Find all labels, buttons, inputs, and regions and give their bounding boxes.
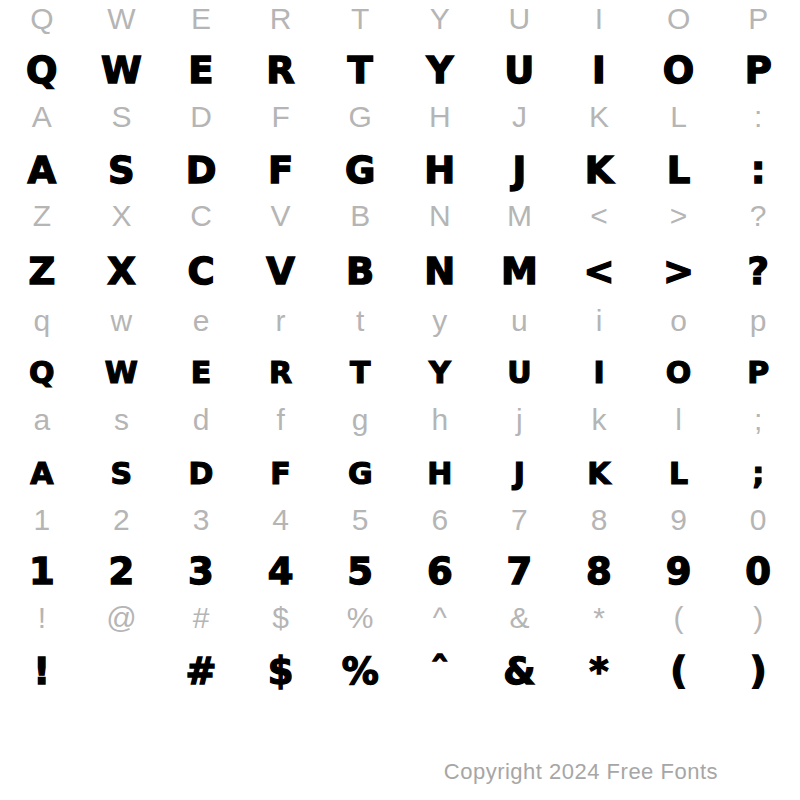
char-cell: N (400, 253, 480, 290)
char-cell: 5 (320, 505, 400, 535)
char-cell: N (400, 201, 480, 231)
character-row-6: ZXCVBNM<>? (2, 246, 798, 296)
char-cell: O (639, 358, 719, 388)
char-cell: F (241, 152, 321, 189)
char-cell: D (161, 152, 241, 189)
char-cell: K (559, 152, 639, 189)
character-row-3: ASDFGHJKL: (2, 92, 798, 142)
font-specimen-page: QWERTYUIOPQWERTYUIOPASDFGHJKL:ASDFGHJKL:… (0, 0, 800, 800)
character-row-7: qwertyuiop (2, 296, 798, 346)
char-cell: E (161, 52, 241, 89)
char-cell: Z (2, 201, 82, 231)
char-cell: F (241, 102, 321, 132)
char-cell: R (241, 358, 321, 388)
char-cell: L (639, 102, 719, 132)
char-cell: O (639, 52, 719, 89)
char-cell: B (320, 253, 400, 290)
char-cell: ! (2, 653, 82, 690)
char-cell: H (400, 152, 480, 189)
char-cell: 7 (480, 553, 560, 590)
char-cell: S (82, 102, 162, 132)
char-cell: G (320, 459, 400, 489)
char-cell: G (320, 102, 400, 132)
char-cell: q (2, 306, 82, 336)
char-cell: I (559, 358, 639, 388)
char-cell: U (480, 358, 560, 388)
char-cell: h (400, 405, 480, 435)
char-cell: $ (241, 653, 321, 690)
char-cell: ! (2, 603, 82, 633)
character-row-1: QWERTYUIOP (2, 0, 798, 44)
char-cell: 0 (718, 553, 798, 590)
char-cell: R (241, 4, 321, 34)
char-cell: Z (2, 253, 82, 290)
character-row-5: ZXCVBNM<>? (2, 191, 798, 241)
char-cell: f (241, 405, 321, 435)
char-cell: a (2, 405, 82, 435)
char-cell: P (718, 52, 798, 89)
char-cell: W (82, 52, 162, 89)
char-cell: 6 (400, 505, 480, 535)
char-cell: L (639, 152, 719, 189)
char-cell: S (82, 152, 162, 189)
char-cell: j (480, 405, 560, 435)
char-cell: ) (718, 653, 798, 690)
char-cell: P (718, 4, 798, 34)
char-cell: J (480, 459, 560, 489)
char-cell: T (320, 4, 400, 34)
char-cell: X (82, 201, 162, 231)
char-cell: < (559, 201, 639, 231)
char-cell: K (559, 102, 639, 132)
char-cell: A (2, 102, 82, 132)
char-cell: H (400, 459, 480, 489)
char-cell: 3 (161, 553, 241, 590)
char-cell: 8 (559, 505, 639, 535)
char-cell: 8 (559, 553, 639, 590)
character-row-2: QWERTYUIOP (2, 45, 798, 95)
char-cell: @ (82, 603, 162, 633)
char-cell: Q (2, 4, 82, 34)
char-cell: H (400, 102, 480, 132)
char-cell: e (161, 306, 241, 336)
char-cell: U (480, 4, 560, 34)
char-cell: W (82, 358, 162, 388)
char-cell: F (241, 459, 321, 489)
character-row-14: !#$%ˆ&*() (2, 646, 798, 696)
char-cell: Y (400, 52, 480, 89)
character-row-4: ASDFGHJKL: (2, 145, 798, 195)
char-cell: M (480, 201, 560, 231)
char-cell: p (718, 306, 798, 336)
char-cell: 4 (241, 505, 321, 535)
char-cell: g (320, 405, 400, 435)
char-cell: A (2, 459, 82, 489)
char-cell: % (320, 653, 400, 690)
char-cell: M (480, 253, 560, 290)
char-cell: 5 (320, 553, 400, 590)
char-cell: V (241, 253, 321, 290)
char-cell: K (559, 459, 639, 489)
char-cell: : (718, 102, 798, 132)
char-cell: y (400, 306, 480, 336)
char-cell: ; (718, 405, 798, 435)
char-cell: 1 (2, 505, 82, 535)
char-cell: > (639, 201, 719, 231)
char-cell: Q (2, 52, 82, 89)
char-cell: ; (718, 459, 798, 489)
char-cell: U (480, 52, 560, 89)
char-cell: k (559, 405, 639, 435)
character-row-8: QWERTYUIOP (2, 348, 798, 398)
character-row-10: ASDFGHJKL; (2, 449, 798, 499)
char-cell: 9 (639, 553, 719, 590)
char-cell: # (161, 653, 241, 690)
char-cell: ? (718, 201, 798, 231)
char-cell: C (161, 201, 241, 231)
char-cell: 6 (400, 553, 480, 590)
char-cell: E (161, 358, 241, 388)
char-cell: ^ (400, 603, 480, 633)
char-cell: R (241, 52, 321, 89)
char-cell: > (639, 253, 719, 290)
char-cell: $ (241, 603, 321, 633)
char-cell: * (559, 603, 639, 633)
char-cell: Y (400, 358, 480, 388)
char-cell: * (559, 653, 639, 690)
char-cell: ( (639, 653, 719, 690)
char-cell: u (480, 306, 560, 336)
char-cell: X (82, 253, 162, 290)
character-row-9: asdfghjkl; (2, 395, 798, 445)
char-cell: : (718, 152, 798, 189)
char-cell: P (718, 358, 798, 388)
char-cell: d (161, 405, 241, 435)
char-cell: # (161, 603, 241, 633)
char-cell: ? (718, 253, 798, 290)
char-cell: 1 (2, 553, 82, 590)
char-cell: ˆ (400, 653, 480, 690)
char-cell: ) (718, 603, 798, 633)
char-cell: G (320, 152, 400, 189)
char-cell: W (82, 4, 162, 34)
character-row-13: !@#$%^&*() (2, 593, 798, 643)
char-cell: I (559, 52, 639, 89)
char-cell: J (480, 152, 560, 189)
char-cell: 4 (241, 553, 321, 590)
char-cell: S (82, 459, 162, 489)
char-cell: i (559, 306, 639, 336)
char-cell: 2 (82, 505, 162, 535)
char-cell: w (82, 306, 162, 336)
char-cell: & (480, 603, 560, 633)
char-cell: T (320, 358, 400, 388)
char-cell: t (320, 306, 400, 336)
char-cell: & (480, 653, 560, 690)
char-cell: 2 (82, 553, 162, 590)
char-cell: D (161, 459, 241, 489)
char-cell: O (639, 4, 719, 34)
char-cell: % (320, 603, 400, 633)
char-cell: I (559, 4, 639, 34)
char-cell: E (161, 4, 241, 34)
char-cell: ( (639, 603, 719, 633)
char-cell: V (241, 201, 321, 231)
char-cell: D (161, 102, 241, 132)
char-cell: J (480, 102, 560, 132)
char-cell: o (639, 306, 719, 336)
char-cell: 7 (480, 505, 560, 535)
char-cell: Y (400, 4, 480, 34)
char-cell: B (320, 201, 400, 231)
char-cell: Q (2, 358, 82, 388)
character-row-12: 1234567890 (2, 546, 798, 596)
character-row-11: 1234567890 (2, 495, 798, 545)
char-cell: 9 (639, 505, 719, 535)
char-cell: C (161, 253, 241, 290)
char-cell: 3 (161, 505, 241, 535)
copyright-text: Copyright 2024 Free Fonts (444, 759, 718, 785)
char-cell: A (2, 152, 82, 189)
char-cell: 0 (718, 505, 798, 535)
char-cell: s (82, 405, 162, 435)
char-cell: L (639, 459, 719, 489)
char-cell: r (241, 306, 321, 336)
char-cell: < (559, 253, 639, 290)
char-cell: T (320, 52, 400, 89)
char-cell: l (639, 405, 719, 435)
